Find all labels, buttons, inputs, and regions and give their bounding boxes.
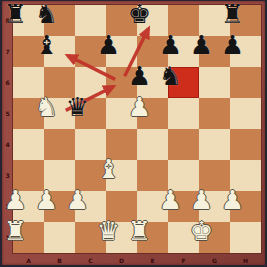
piece-white-knight-b5[interactable]: ♞	[31, 92, 62, 123]
square-b4[interactable]	[44, 129, 75, 160]
piece-black-pawn-e6[interactable]: ♟	[124, 61, 155, 92]
rank-label-7: 7	[3, 36, 12, 67]
piece-black-queen-c5[interactable]: ♛	[62, 92, 93, 123]
piece-white-pawn-a2[interactable]: ♟	[0, 185, 31, 216]
square-b1[interactable]	[44, 222, 75, 253]
square-g6[interactable]	[199, 67, 230, 98]
square-e4[interactable]	[137, 129, 168, 160]
piece-white-pawn-e5[interactable]: ♟	[124, 92, 155, 123]
file-label-D: D	[106, 256, 137, 265]
piece-black-bishop-b7[interactable]: ♝	[31, 30, 62, 61]
piece-black-rook-a8[interactable]: ♜	[0, 0, 31, 30]
piece-white-queen-d1[interactable]: ♛	[93, 216, 124, 247]
file-label-H: H	[230, 256, 261, 265]
rank-label-6: 6	[3, 67, 12, 98]
piece-black-rook-h8[interactable]: ♜	[217, 0, 248, 30]
piece-white-bishop-d3[interactable]: ♝	[93, 154, 124, 185]
piece-white-pawn-f2[interactable]: ♟	[155, 185, 186, 216]
piece-black-pawn-h7[interactable]: ♟	[217, 30, 248, 61]
file-label-B: B	[44, 256, 75, 265]
square-g5[interactable]	[199, 98, 230, 129]
square-f5[interactable]	[168, 98, 199, 129]
piece-white-king-g1[interactable]: ♚	[186, 216, 217, 247]
square-f4[interactable]	[168, 129, 199, 160]
rank-label-5: 5	[3, 98, 12, 129]
piece-black-knight-f6[interactable]: ♞	[155, 61, 186, 92]
piece-black-king-e8[interactable]: ♚	[124, 0, 155, 30]
file-label-G: G	[199, 256, 230, 265]
piece-black-pawn-d7[interactable]: ♟	[93, 30, 124, 61]
square-a4[interactable]	[13, 129, 44, 160]
piece-white-pawn-c2[interactable]: ♟	[62, 185, 93, 216]
chess-diagram: 87654321 ABCDEFGH ♜♞♚♜♝♟♟♟♟♟♞♛♞♟♝♟♟♟♟♟♟♜…	[0, 0, 267, 267]
square-g4[interactable]	[199, 129, 230, 160]
piece-black-pawn-g7[interactable]: ♟	[186, 30, 217, 61]
file-label-A: A	[13, 256, 44, 265]
piece-white-rook-e1[interactable]: ♜	[124, 216, 155, 247]
piece-black-pawn-f7[interactable]: ♟	[155, 30, 186, 61]
piece-white-rook-a1[interactable]: ♜	[0, 216, 31, 247]
piece-white-pawn-g2[interactable]: ♟	[186, 185, 217, 216]
piece-white-pawn-h2[interactable]: ♟	[217, 185, 248, 216]
file-label-E: E	[137, 256, 168, 265]
piece-white-pawn-b2[interactable]: ♟	[31, 185, 62, 216]
square-h6[interactable]	[230, 67, 261, 98]
rank-label-4: 4	[3, 129, 12, 160]
file-label-F: F	[168, 256, 199, 265]
file-label-C: C	[75, 256, 106, 265]
square-h1[interactable]	[230, 222, 261, 253]
square-h5[interactable]	[230, 98, 261, 129]
piece-black-knight-b8[interactable]: ♞	[31, 0, 62, 30]
square-h4[interactable]	[230, 129, 261, 160]
